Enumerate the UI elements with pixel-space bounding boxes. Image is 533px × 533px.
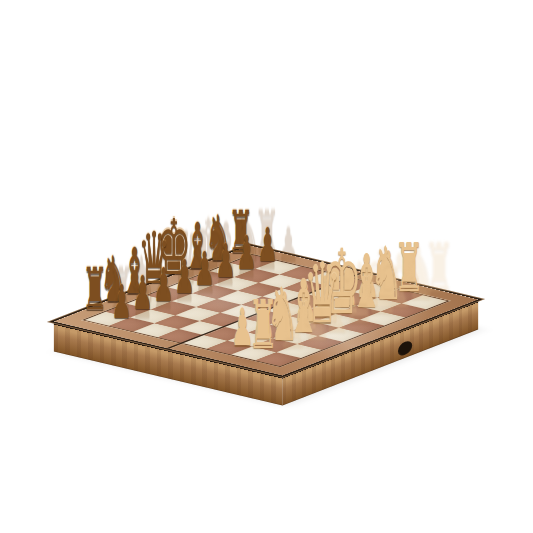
clasp-notch [398,339,412,358]
scene: ♜♞♝♛♚♝♞♜♟♟♟♟♟♟♟♟♟♟♟♟♟♟♟♟♜♞♝♛♚♝♞♜ [0,0,533,533]
